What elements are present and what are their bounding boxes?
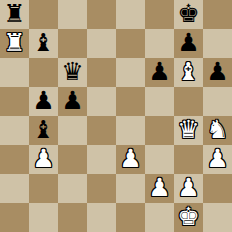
square-d2[interactable]	[87, 174, 116, 203]
black-rook[interactable]: ♜	[3, 0, 25, 28]
square-c7[interactable]	[58, 29, 87, 58]
square-c6[interactable]: ♛	[58, 58, 87, 87]
white-knight[interactable]: ♞	[206, 115, 228, 144]
square-d6[interactable]	[87, 58, 116, 87]
square-h5[interactable]	[203, 87, 232, 116]
white-king[interactable]: ♚	[177, 202, 199, 231]
square-c5[interactable]: ♟	[58, 87, 87, 116]
square-g5[interactable]	[174, 87, 203, 116]
square-b6[interactable]	[29, 58, 58, 87]
black-pawn[interactable]: ♟	[61, 86, 83, 115]
square-d7[interactable]	[87, 29, 116, 58]
square-f1[interactable]	[145, 203, 174, 232]
square-g6[interactable]: ♝	[174, 58, 203, 87]
square-b3[interactable]: ♟	[29, 145, 58, 174]
square-g7[interactable]: ♟	[174, 29, 203, 58]
black-pawn[interactable]: ♟	[177, 28, 199, 57]
square-b2[interactable]	[29, 174, 58, 203]
square-f7[interactable]	[145, 29, 174, 58]
square-g4[interactable]: ♛	[174, 116, 203, 145]
square-d3[interactable]	[87, 145, 116, 174]
black-pawn[interactable]: ♟	[148, 57, 170, 86]
square-b7[interactable]: ♝	[29, 29, 58, 58]
square-b5[interactable]: ♟	[29, 87, 58, 116]
square-d4[interactable]	[87, 116, 116, 145]
chess-board: ♜♚♜♝♟♛♟♝♟♟♟♝♛♞♟♟♟♟♟♚	[0, 0, 232, 232]
square-a8[interactable]: ♜	[0, 0, 29, 29]
square-g8[interactable]: ♚	[174, 0, 203, 29]
square-c2[interactable]	[58, 174, 87, 203]
square-f8[interactable]	[145, 0, 174, 29]
square-a2[interactable]	[0, 174, 29, 203]
black-pawn[interactable]: ♟	[206, 57, 228, 86]
square-e8[interactable]	[116, 0, 145, 29]
square-h8[interactable]	[203, 0, 232, 29]
square-a7[interactable]: ♜	[0, 29, 29, 58]
square-f6[interactable]: ♟	[145, 58, 174, 87]
square-h4[interactable]: ♞	[203, 116, 232, 145]
white-pawn[interactable]: ♟	[206, 144, 228, 173]
black-bishop[interactable]: ♝	[32, 28, 54, 57]
square-h6[interactable]: ♟	[203, 58, 232, 87]
white-bishop[interactable]: ♝	[177, 57, 199, 86]
square-c8[interactable]	[58, 0, 87, 29]
square-e7[interactable]	[116, 29, 145, 58]
white-pawn[interactable]: ♟	[32, 144, 54, 173]
square-h7[interactable]	[203, 29, 232, 58]
square-f4[interactable]	[145, 116, 174, 145]
square-g2[interactable]: ♟	[174, 174, 203, 203]
square-f2[interactable]: ♟	[145, 174, 174, 203]
square-f5[interactable]	[145, 87, 174, 116]
square-a5[interactable]	[0, 87, 29, 116]
square-c1[interactable]	[58, 203, 87, 232]
square-e4[interactable]	[116, 116, 145, 145]
square-b1[interactable]	[29, 203, 58, 232]
square-e5[interactable]	[116, 87, 145, 116]
white-queen[interactable]: ♛	[177, 115, 199, 144]
square-b4[interactable]: ♝	[29, 116, 58, 145]
square-d8[interactable]	[87, 0, 116, 29]
black-pawn[interactable]: ♟	[32, 86, 54, 115]
white-rook[interactable]: ♜	[3, 28, 25, 57]
square-e1[interactable]	[116, 203, 145, 232]
white-pawn[interactable]: ♟	[148, 173, 170, 202]
white-pawn[interactable]: ♟	[177, 173, 199, 202]
square-c3[interactable]	[58, 145, 87, 174]
square-b8[interactable]	[29, 0, 58, 29]
square-a6[interactable]	[0, 58, 29, 87]
square-e6[interactable]	[116, 58, 145, 87]
square-e2[interactable]	[116, 174, 145, 203]
square-a3[interactable]	[0, 145, 29, 174]
square-e3[interactable]: ♟	[116, 145, 145, 174]
square-h3[interactable]: ♟	[203, 145, 232, 174]
square-h2[interactable]	[203, 174, 232, 203]
square-d5[interactable]	[87, 87, 116, 116]
square-f3[interactable]	[145, 145, 174, 174]
square-h1[interactable]	[203, 203, 232, 232]
black-bishop[interactable]: ♝	[32, 115, 54, 144]
square-g3[interactable]	[174, 145, 203, 174]
white-pawn[interactable]: ♟	[119, 144, 141, 173]
square-c4[interactable]	[58, 116, 87, 145]
square-a1[interactable]	[0, 203, 29, 232]
black-queen[interactable]: ♛	[61, 57, 83, 86]
black-king[interactable]: ♚	[177, 0, 199, 28]
square-d1[interactable]	[87, 203, 116, 232]
square-g1[interactable]: ♚	[174, 203, 203, 232]
square-a4[interactable]	[0, 116, 29, 145]
